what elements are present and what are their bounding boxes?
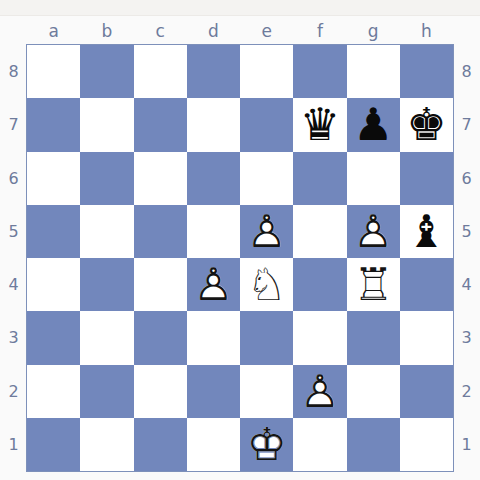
square-h1[interactable] [400, 418, 453, 471]
square-e4[interactable]: ♞♘ [240, 258, 293, 311]
rank-label-left-1: 1 [0, 418, 27, 471]
rank-labels-right: 87654321 [453, 45, 480, 471]
square-a4[interactable] [27, 258, 80, 311]
square-f4[interactable] [293, 258, 346, 311]
file-label-b: b [80, 18, 133, 44]
rank-label-left-3: 3 [0, 311, 27, 364]
square-b6[interactable] [80, 152, 133, 205]
square-e7[interactable] [240, 98, 293, 151]
square-a2[interactable] [27, 365, 80, 418]
square-e3[interactable] [240, 311, 293, 364]
rank-label-left-6: 6 [0, 152, 27, 205]
square-c3[interactable] [134, 311, 187, 364]
page-top-strip [0, 0, 480, 16]
square-b4[interactable] [80, 258, 133, 311]
rank-label-right-5: 5 [453, 205, 480, 258]
piece-black-king-h7[interactable]: ♚ [400, 98, 453, 151]
square-g6[interactable] [347, 152, 400, 205]
rank-label-right-7: 7 [453, 98, 480, 151]
square-d5[interactable] [187, 205, 240, 258]
square-a7[interactable] [27, 98, 80, 151]
piece-black-queen-f7[interactable]: ♛ [293, 98, 346, 151]
white-knight-glyph-outline: ♘ [240, 258, 293, 311]
square-d6[interactable] [187, 152, 240, 205]
rank-label-right-4: 4 [453, 258, 480, 311]
rank-label-right-2: 2 [453, 365, 480, 418]
square-d8[interactable] [187, 45, 240, 98]
file-label-a: a [27, 18, 80, 44]
white-pawn-glyph-outline: ♙ [240, 205, 293, 258]
square-f7[interactable]: ♛ [293, 98, 346, 151]
white-pawn-glyph-outline: ♙ [187, 258, 240, 311]
square-c2[interactable] [134, 365, 187, 418]
square-a1[interactable] [27, 418, 80, 471]
square-h5[interactable]: ♝ [400, 205, 453, 258]
file-label-c: c [134, 18, 187, 44]
square-b2[interactable] [80, 365, 133, 418]
rank-label-left-4: 4 [0, 258, 27, 311]
square-b1[interactable] [80, 418, 133, 471]
piece-white-knight-e4[interactable]: ♞♘ [240, 258, 293, 311]
square-b7[interactable] [80, 98, 133, 151]
rank-label-right-6: 6 [453, 152, 480, 205]
square-f3[interactable] [293, 311, 346, 364]
square-f6[interactable] [293, 152, 346, 205]
square-h4[interactable] [400, 258, 453, 311]
square-d1[interactable] [187, 418, 240, 471]
file-labels: abcdefgh [27, 18, 453, 44]
rank-label-left-7: 7 [0, 98, 27, 151]
black-king-glyph: ♚ [400, 98, 453, 151]
square-f8[interactable] [293, 45, 346, 98]
file-label-g: g [347, 18, 400, 44]
square-a6[interactable] [27, 152, 80, 205]
rank-label-right-8: 8 [453, 45, 480, 98]
square-g8[interactable] [347, 45, 400, 98]
black-pawn-glyph: ♟ [347, 98, 400, 151]
square-e6[interactable] [240, 152, 293, 205]
piece-white-pawn-f2[interactable]: ♟♙ [293, 365, 346, 418]
rank-label-left-8: 8 [0, 45, 27, 98]
file-label-f: f [293, 18, 346, 44]
square-h2[interactable] [400, 365, 453, 418]
square-c7[interactable] [134, 98, 187, 151]
square-c5[interactable] [134, 205, 187, 258]
square-a5[interactable] [27, 205, 80, 258]
rank-labels-left: 87654321 [0, 45, 27, 471]
square-g5[interactable]: ♟♙ [347, 205, 400, 258]
chess-board: ♛♟♚♟♙♟♙♝♟♙♞♘♜♖♟♙♚♔ [27, 45, 453, 471]
file-label-e: e [240, 18, 293, 44]
square-h3[interactable] [400, 311, 453, 364]
square-b8[interactable] [80, 45, 133, 98]
square-c1[interactable] [134, 418, 187, 471]
square-h8[interactable] [400, 45, 453, 98]
square-d4[interactable]: ♟♙ [187, 258, 240, 311]
square-f5[interactable] [293, 205, 346, 258]
piece-black-bishop-h5[interactable]: ♝ [400, 205, 453, 258]
square-g1[interactable] [347, 418, 400, 471]
square-g3[interactable] [347, 311, 400, 364]
square-a8[interactable] [27, 45, 80, 98]
piece-white-rook-g4[interactable]: ♜♖ [347, 258, 400, 311]
square-d2[interactable] [187, 365, 240, 418]
square-b3[interactable] [80, 311, 133, 364]
square-e1[interactable]: ♚♔ [240, 418, 293, 471]
square-d3[interactable] [187, 311, 240, 364]
square-d7[interactable] [187, 98, 240, 151]
piece-white-pawn-e5[interactable]: ♟♙ [240, 205, 293, 258]
white-king-glyph-outline: ♔ [240, 418, 293, 471]
black-queen-glyph: ♛ [293, 98, 346, 151]
square-a3[interactable] [27, 311, 80, 364]
white-pawn-glyph-outline: ♙ [347, 205, 400, 258]
piece-white-pawn-g5[interactable]: ♟♙ [347, 205, 400, 258]
rank-label-right-3: 3 [453, 311, 480, 364]
file-label-d: d [187, 18, 240, 44]
rank-label-right-1: 1 [453, 418, 480, 471]
square-e8[interactable] [240, 45, 293, 98]
square-c6[interactable] [134, 152, 187, 205]
piece-black-pawn-g7[interactable]: ♟ [347, 98, 400, 151]
square-f1[interactable] [293, 418, 346, 471]
square-c8[interactable] [134, 45, 187, 98]
piece-white-pawn-d4[interactable]: ♟♙ [187, 258, 240, 311]
file-label-h: h [400, 18, 453, 44]
square-b5[interactable] [80, 205, 133, 258]
square-h6[interactable] [400, 152, 453, 205]
square-g4[interactable]: ♜♖ [347, 258, 400, 311]
square-e5[interactable]: ♟♙ [240, 205, 293, 258]
square-f2[interactable]: ♟♙ [293, 365, 346, 418]
square-e2[interactable] [240, 365, 293, 418]
piece-white-king-e1[interactable]: ♚♔ [240, 418, 293, 471]
square-g2[interactable] [347, 365, 400, 418]
square-h7[interactable]: ♚ [400, 98, 453, 151]
white-rook-glyph-outline: ♖ [347, 258, 400, 311]
white-pawn-glyph-outline: ♙ [293, 365, 346, 418]
rank-label-left-5: 5 [0, 205, 27, 258]
square-g7[interactable]: ♟ [347, 98, 400, 151]
rank-label-left-2: 2 [0, 365, 27, 418]
black-bishop-glyph: ♝ [400, 205, 453, 258]
square-c4[interactable] [134, 258, 187, 311]
